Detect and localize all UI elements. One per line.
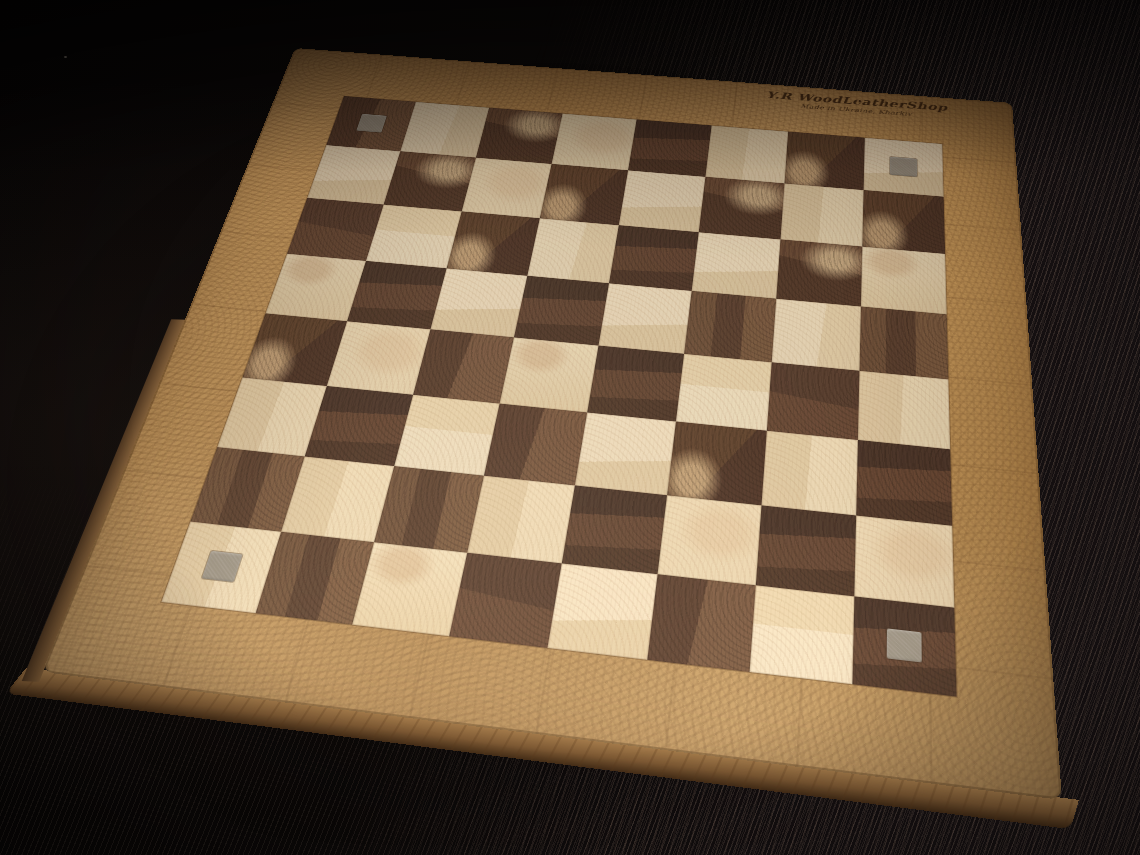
- photo-scene: Y.R WoodLeatherShop Made in Ukraine, Kha…: [0, 0, 1140, 855]
- photo-vignette: [0, 0, 1140, 855]
